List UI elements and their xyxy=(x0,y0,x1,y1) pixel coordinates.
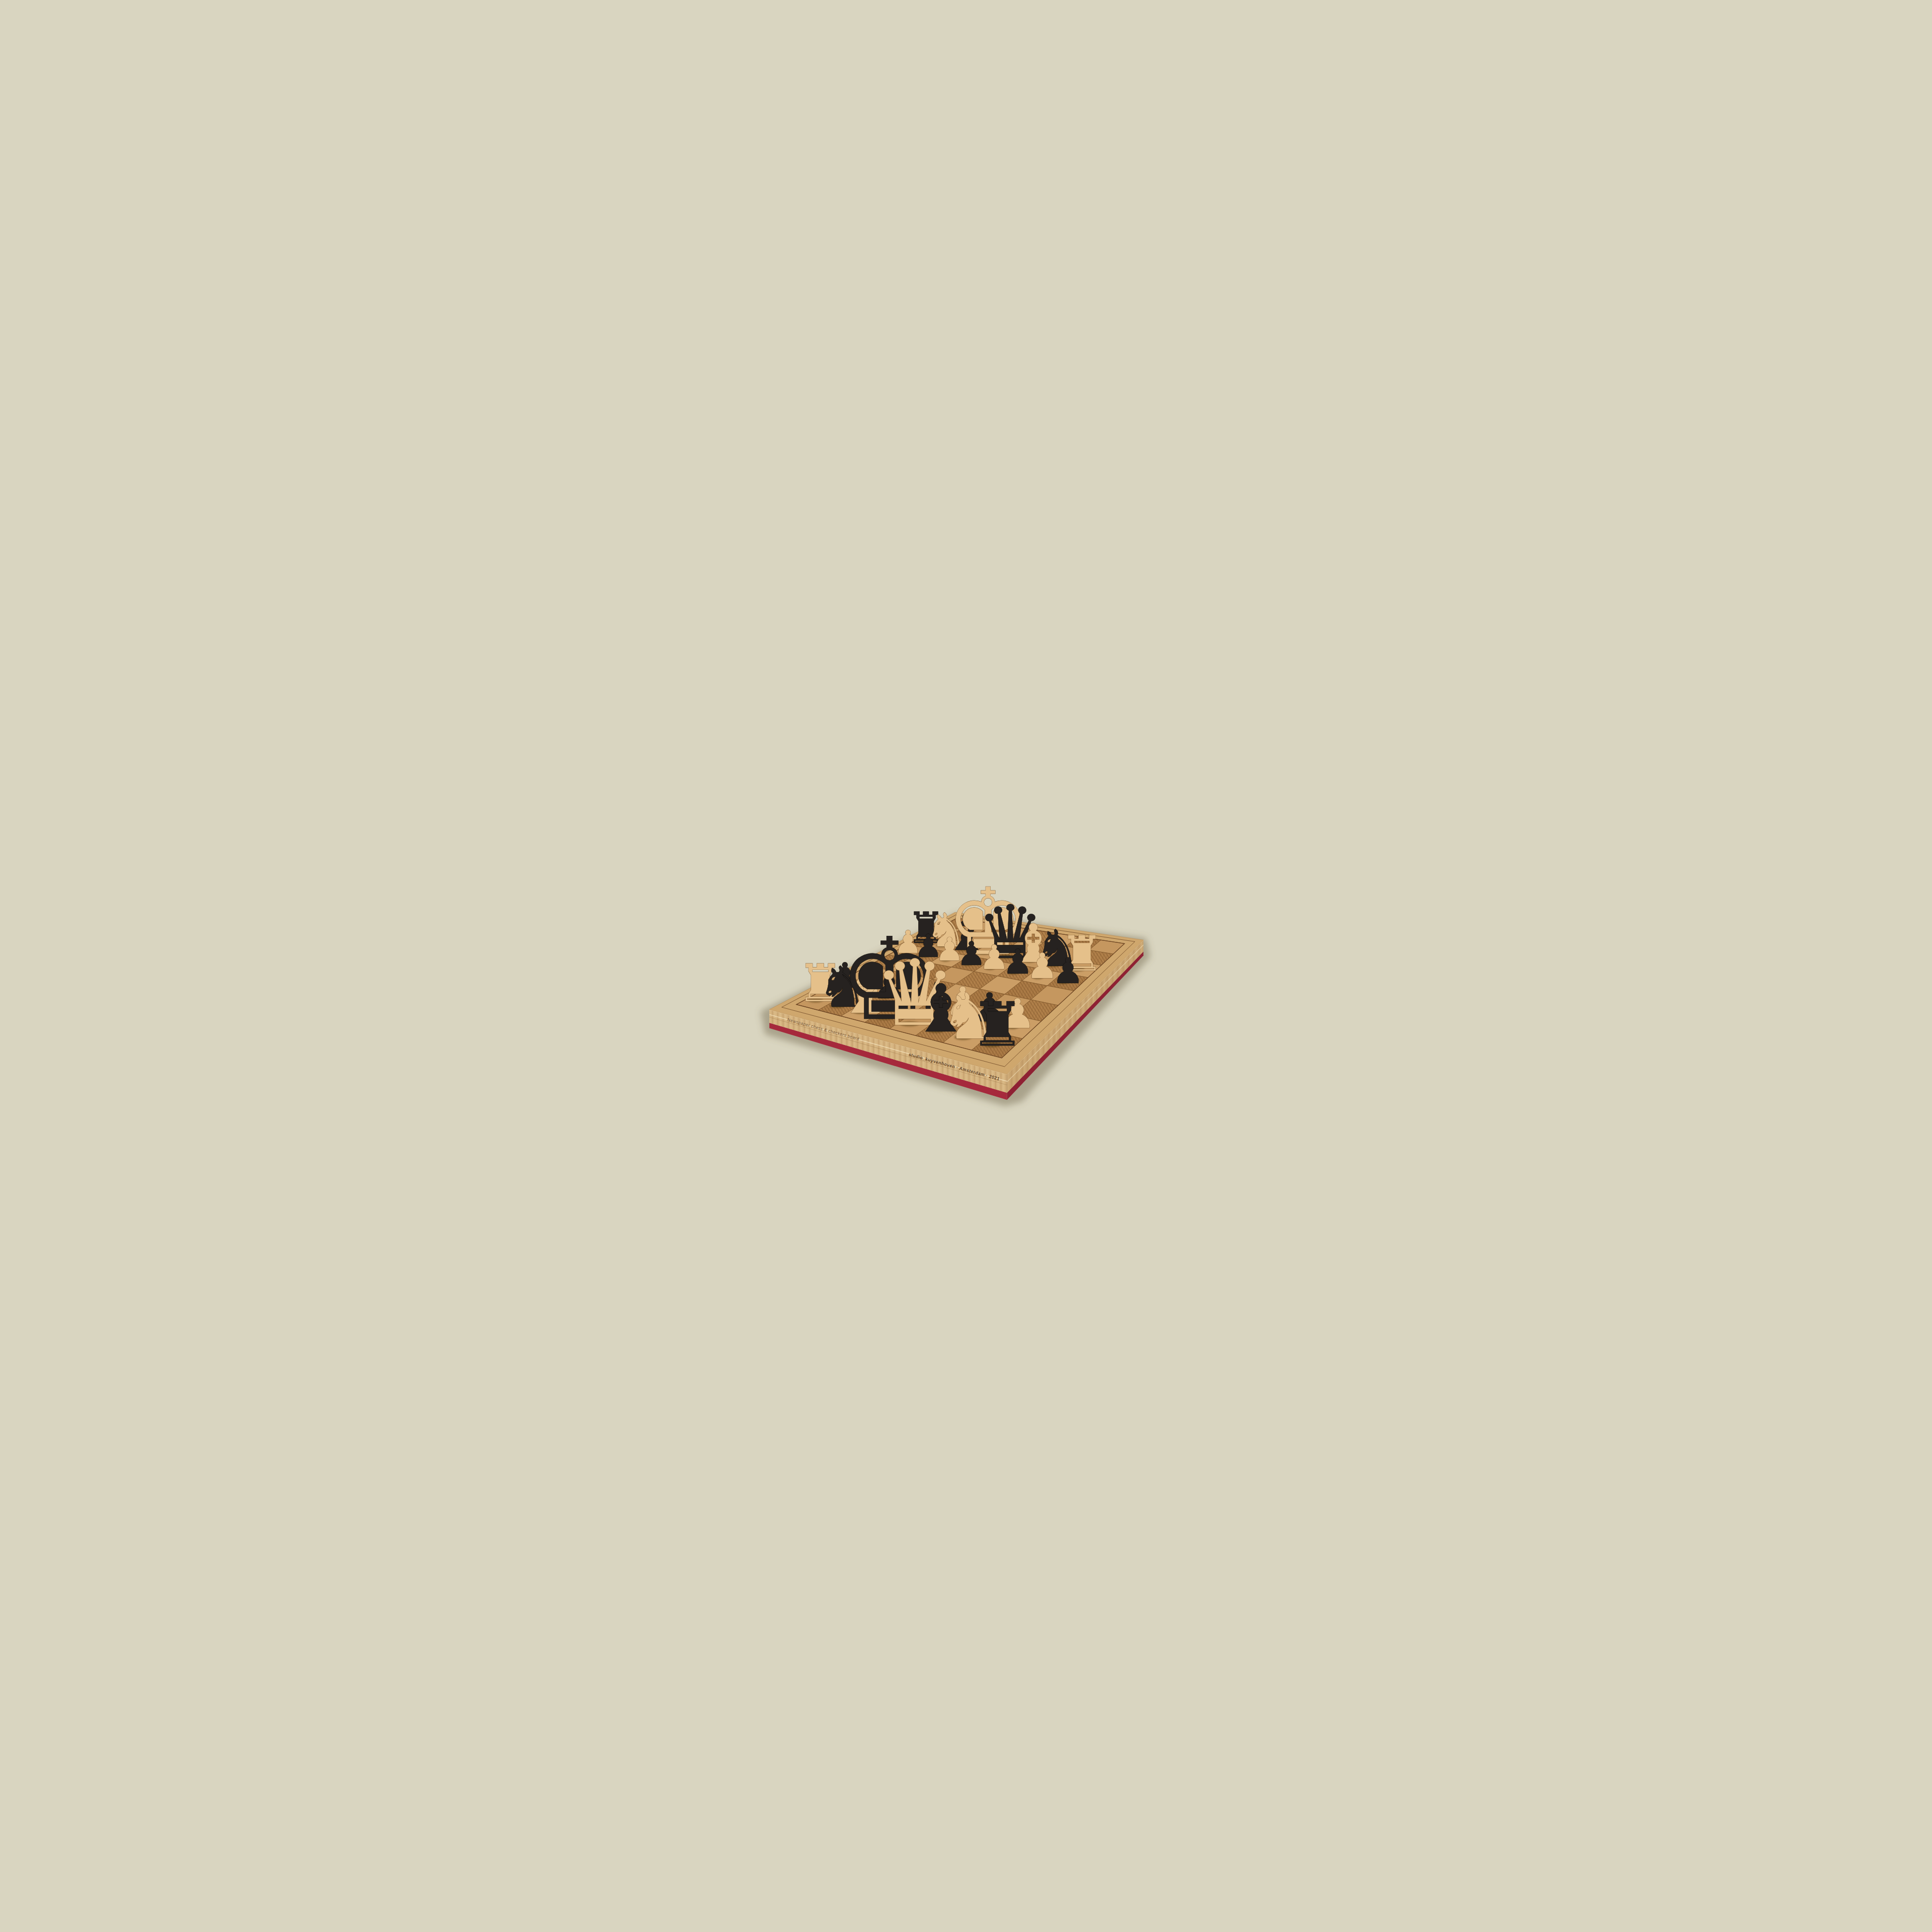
chess-board-scene: Newspaper chess & checkers board studio_… xyxy=(725,725,1207,1207)
piece-black-rook-h1: ♜ xyxy=(970,989,1024,1060)
chessboard-product-photo: Newspaper chess & checkers board studio_… xyxy=(725,725,1207,1207)
piece-black-pawn-h5: ♟ xyxy=(1052,950,1084,992)
